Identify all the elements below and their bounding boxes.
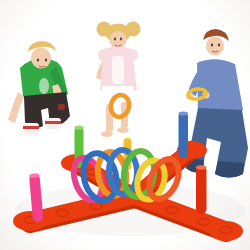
- peg-blue: [179, 112, 189, 159]
- boy-left-face: [31, 48, 51, 69]
- boy-left-arm: [8, 92, 24, 123]
- peg-red: [196, 165, 207, 214]
- scene: [0, 0, 250, 250]
- boy-left-figure: [8, 41, 70, 134]
- boy-left-pocket: [58, 104, 65, 110]
- peg-blue-top: [179, 112, 188, 116]
- girl-sleeve-right: [128, 49, 138, 61]
- girl-foot-right: [117, 127, 129, 133]
- girl-dress-panel: [112, 56, 124, 84]
- girl-sleeve-left: [98, 49, 108, 61]
- girl-eye: [114, 38, 116, 41]
- boy-right-face: [206, 37, 224, 56]
- girl-foot-left: [101, 131, 113, 137]
- boy-left-eye: [37, 59, 39, 62]
- boy-right-knee-right: [215, 161, 244, 178]
- peg-green-top: [75, 126, 84, 130]
- girl-eye2: [120, 38, 122, 41]
- peg-red-top: [196, 165, 206, 169]
- base-end-front-right: [209, 221, 243, 241]
- boy-left-shirt-print: [39, 78, 49, 94]
- boy-right-eye2: [218, 44, 220, 47]
- boy-left-eye2: [45, 59, 47, 62]
- boy-right-sweater: [197, 59, 243, 116]
- boy-right-eye: [211, 44, 213, 47]
- ring-stack: [69, 149, 185, 204]
- girl-figure: [96, 22, 141, 138]
- ring-toss-product-photo: [0, 0, 250, 250]
